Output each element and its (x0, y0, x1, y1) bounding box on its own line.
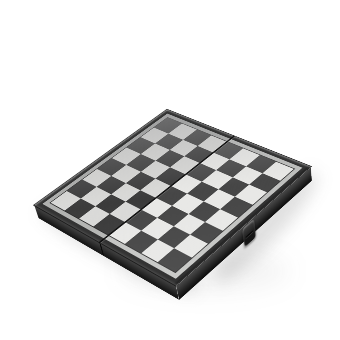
square-d2 (188, 201, 220, 222)
board-sheet-margin (42, 114, 302, 279)
square-d3 (172, 194, 203, 214)
square-d4 (156, 186, 187, 206)
fold-seam-side (99, 242, 104, 257)
square-a2 (141, 239, 174, 262)
square-c4 (141, 198, 172, 218)
square-b2 (157, 226, 190, 248)
square-f1 (235, 185, 267, 205)
square-a5 (94, 214, 125, 235)
square-c1 (190, 222, 223, 244)
square-b1 (174, 235, 207, 258)
square-e1 (220, 197, 252, 218)
folding-chessboard (72, 87, 270, 285)
square-a6 (79, 206, 110, 226)
product-photo (0, 0, 340, 340)
square-b3 (141, 218, 173, 239)
square-c3 (157, 206, 189, 227)
checker-grid (49, 117, 295, 273)
square-e2 (203, 189, 235, 209)
board-top-face (34, 109, 311, 285)
square-d1 (205, 209, 238, 230)
chessboard-3d (34, 109, 311, 285)
square-f2 (218, 178, 249, 197)
square-b4 (125, 210, 157, 231)
square-a3 (125, 231, 158, 253)
square-a1 (158, 248, 192, 272)
square-g1 (249, 173, 280, 192)
square-c2 (173, 214, 205, 235)
square-a4 (109, 222, 141, 244)
square-e3 (187, 182, 218, 202)
square-b5 (110, 202, 141, 222)
